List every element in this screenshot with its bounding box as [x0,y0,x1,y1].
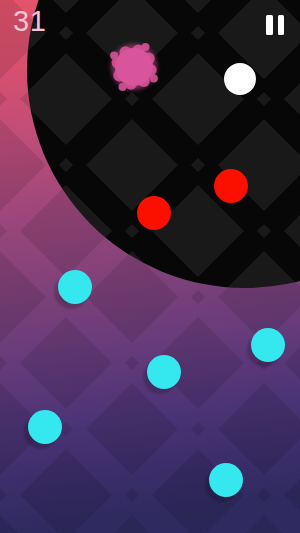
white-ball [224,63,256,95]
game-canvas[interactable] [0,0,300,533]
cyan-ball [147,355,181,389]
score-label: 31 [13,7,46,36]
cyan-ball [58,270,92,304]
pause-icon [266,15,273,35]
game-stage [0,0,300,533]
cyan-ball [251,328,285,362]
red-ball [137,196,171,230]
red-ball [214,169,248,203]
cyan-ball [209,463,243,497]
pause-icon [278,15,285,35]
splat-core [115,48,153,86]
cyan-ball [28,410,62,444]
pause-button[interactable] [266,15,284,35]
